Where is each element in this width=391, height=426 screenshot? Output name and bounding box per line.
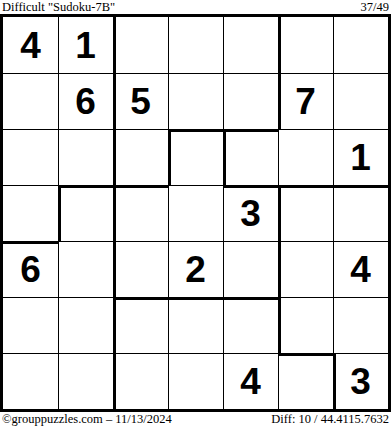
difficulty-text: Diff: 10 / 44.4115.7632 (271, 412, 389, 426)
cell-r6c1[interactable] (3, 297, 58, 353)
cell-r3c2[interactable] (58, 129, 113, 185)
cell-r3c6[interactable] (278, 129, 333, 185)
cell-r1c5[interactable] (223, 17, 278, 73)
cell-r2c2[interactable]: 6 (58, 73, 113, 129)
cell-r1c7[interactable] (333, 17, 388, 73)
cell-r1c6[interactable] (278, 17, 333, 73)
cell-r3c4[interactable] (168, 129, 223, 185)
cell-r6c4[interactable] (168, 297, 223, 353)
sudoku-board: 416571362443 (0, 14, 391, 412)
cell-r3c3[interactable] (113, 129, 168, 185)
cell-r5c7[interactable]: 4 (333, 241, 388, 297)
cell-r2c7[interactable] (333, 73, 388, 129)
cell-r7c5[interactable]: 4 (223, 353, 278, 409)
cell-r1c3[interactable] (113, 17, 168, 73)
cell-r4c6[interactable] (278, 185, 333, 241)
cell-r7c3[interactable] (113, 353, 168, 409)
cell-r2c4[interactable] (168, 73, 223, 129)
cell-r7c1[interactable] (3, 353, 58, 409)
cell-r1c4[interactable] (168, 17, 223, 73)
header: Difficult "Sudoku-7B" 37/49 (0, 0, 391, 14)
cell-r2c5[interactable] (223, 73, 278, 129)
cell-r4c1[interactable] (3, 185, 58, 241)
cell-r3c1[interactable] (3, 129, 58, 185)
cell-r6c7[interactable] (333, 297, 388, 353)
cell-r4c2[interactable] (58, 185, 113, 241)
cell-r4c4[interactable] (168, 185, 223, 241)
cell-r2c1[interactable] (3, 73, 58, 129)
cell-r7c6[interactable] (278, 353, 333, 409)
page-title: Difficult "Sudoku-7B" (2, 0, 115, 14)
cell-r6c5[interactable] (223, 297, 278, 353)
cell-r6c6[interactable] (278, 297, 333, 353)
cell-r5c6[interactable] (278, 241, 333, 297)
cell-r5c1[interactable]: 6 (3, 241, 58, 297)
cell-r3c5[interactable] (223, 129, 278, 185)
copyright-text: ©grouppuzzles.com – 11/13/2024 (2, 412, 172, 426)
cell-r2c6[interactable]: 7 (278, 73, 333, 129)
progress-counter: 37/49 (361, 0, 389, 14)
cell-r4c5[interactable]: 3 (223, 185, 278, 241)
cell-r2c3[interactable]: 5 (113, 73, 168, 129)
cell-r7c4[interactable] (168, 353, 223, 409)
cell-r5c5[interactable] (223, 241, 278, 297)
cell-r7c2[interactable] (58, 353, 113, 409)
cell-r4c7[interactable] (333, 185, 388, 241)
cell-r7c7[interactable]: 3 (333, 353, 388, 409)
cell-r6c2[interactable] (58, 297, 113, 353)
cell-r6c3[interactable] (113, 297, 168, 353)
cell-r1c1[interactable]: 4 (3, 17, 58, 73)
cell-r5c4[interactable]: 2 (168, 241, 223, 297)
footer: ©grouppuzzles.com – 11/13/2024 Diff: 10 … (0, 412, 391, 426)
cell-r4c3[interactable] (113, 185, 168, 241)
cell-r5c2[interactable] (58, 241, 113, 297)
cell-r1c2[interactable]: 1 (58, 17, 113, 73)
cell-r5c3[interactable] (113, 241, 168, 297)
cell-r3c7[interactable]: 1 (333, 129, 388, 185)
